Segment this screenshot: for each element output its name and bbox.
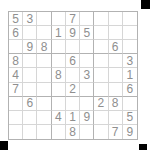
cell-r9c6[interactable] (80, 125, 94, 139)
cell-r4c6[interactable] (80, 54, 94, 68)
cell-r9c9[interactable]: 9 (123, 125, 137, 139)
cell-r8c6[interactable]: 9 (80, 111, 94, 125)
cell-r8c8[interactable] (109, 111, 123, 125)
sudoku-board: 537619598686348317266284195879 (8, 11, 138, 140)
cell-r4c3[interactable] (37, 54, 51, 68)
cell-r1c3[interactable] (37, 12, 51, 26)
cell-r6c5[interactable]: 2 (66, 83, 80, 97)
cell-r4c4[interactable] (52, 54, 66, 68)
cell-r8c1[interactable] (9, 111, 23, 125)
cell-r2c2[interactable] (23, 26, 37, 40)
fiducial-marker-bottom-right (139, 144, 147, 150)
cell-r9c5[interactable]: 8 (66, 125, 80, 139)
cell-r7c2[interactable]: 6 (23, 97, 37, 111)
cell-r1c2[interactable]: 3 (23, 12, 37, 26)
cell-r2c6[interactable]: 5 (80, 26, 94, 40)
cell-r2c8[interactable] (109, 26, 123, 40)
cell-r6c6[interactable] (80, 83, 94, 97)
cell-r2c5[interactable]: 9 (66, 26, 80, 40)
cell-r8c9[interactable]: 5 (123, 111, 137, 125)
cell-r5c4[interactable]: 8 (52, 68, 66, 82)
cell-r4c1[interactable]: 8 (9, 54, 23, 68)
cell-r3c3[interactable]: 8 (37, 40, 51, 54)
cell-r8c5[interactable]: 1 (66, 111, 80, 125)
cell-r5c6[interactable]: 3 (80, 68, 94, 82)
cell-r6c1[interactable]: 7 (9, 83, 23, 97)
cell-r5c9[interactable]: 1 (123, 68, 137, 82)
cell-r9c4[interactable] (52, 125, 66, 139)
cell-r1c4[interactable] (52, 12, 66, 26)
cell-r6c8[interactable] (109, 83, 123, 97)
cell-r2c3[interactable] (37, 26, 51, 40)
cell-r4c8[interactable] (109, 54, 123, 68)
cell-r7c6[interactable] (80, 97, 94, 111)
cell-r1c6[interactable] (80, 12, 94, 26)
fiducial-marker-bottom-left (0, 141, 8, 150)
cell-r7c8[interactable]: 8 (109, 97, 123, 111)
cell-r4c7[interactable] (94, 54, 108, 68)
cell-r3c5[interactable] (66, 40, 80, 54)
cell-r8c4[interactable]: 4 (52, 111, 66, 125)
cell-r2c4[interactable]: 1 (52, 26, 66, 40)
cell-r3c9[interactable] (123, 40, 137, 54)
cell-r5c2[interactable] (23, 68, 37, 82)
cell-r5c8[interactable] (109, 68, 123, 82)
cell-r4c9[interactable]: 3 (123, 54, 137, 68)
cell-r3c2[interactable]: 9 (23, 40, 37, 54)
cell-r5c3[interactable] (37, 68, 51, 82)
cell-r2c9[interactable] (123, 26, 137, 40)
cell-r7c5[interactable] (66, 97, 80, 111)
cell-r9c1[interactable] (9, 125, 23, 139)
cell-r6c9[interactable]: 6 (123, 83, 137, 97)
cell-r9c8[interactable]: 7 (109, 125, 123, 139)
cell-r5c5[interactable] (66, 68, 80, 82)
cell-r7c7[interactable]: 2 (94, 97, 108, 111)
cell-r3c4[interactable] (52, 40, 66, 54)
cell-r7c3[interactable] (37, 97, 51, 111)
cell-r3c6[interactable] (80, 40, 94, 54)
cell-r8c7[interactable] (94, 111, 108, 125)
cell-r9c3[interactable] (37, 125, 51, 139)
cell-r7c4[interactable] (52, 97, 66, 111)
cell-r3c7[interactable] (94, 40, 108, 54)
cell-r1c1[interactable]: 5 (9, 12, 23, 26)
cell-r3c8[interactable]: 6 (109, 40, 123, 54)
cell-r6c3[interactable] (37, 83, 51, 97)
cell-r1c9[interactable] (123, 12, 137, 26)
cell-r7c1[interactable] (9, 97, 23, 111)
cell-r9c2[interactable] (23, 125, 37, 139)
cell-r6c2[interactable] (23, 83, 37, 97)
cell-r5c7[interactable] (94, 68, 108, 82)
cell-r2c7[interactable] (94, 26, 108, 40)
cell-r5c1[interactable]: 4 (9, 68, 23, 82)
cell-r7c9[interactable] (123, 97, 137, 111)
cell-r9c7[interactable] (94, 125, 108, 139)
cell-r1c5[interactable]: 7 (66, 12, 80, 26)
fiducial-marker-top-right (141, 0, 150, 9)
cell-r3c1[interactable] (9, 40, 23, 54)
cell-r8c3[interactable] (37, 111, 51, 125)
cell-r6c4[interactable] (52, 83, 66, 97)
cell-r1c7[interactable] (94, 12, 108, 26)
cell-r4c2[interactable] (23, 54, 37, 68)
cell-r1c8[interactable] (109, 12, 123, 26)
cell-r6c7[interactable] (94, 83, 108, 97)
cell-r8c2[interactable] (23, 111, 37, 125)
cell-r4c5[interactable]: 6 (66, 54, 80, 68)
cell-r2c1[interactable]: 6 (9, 26, 23, 40)
